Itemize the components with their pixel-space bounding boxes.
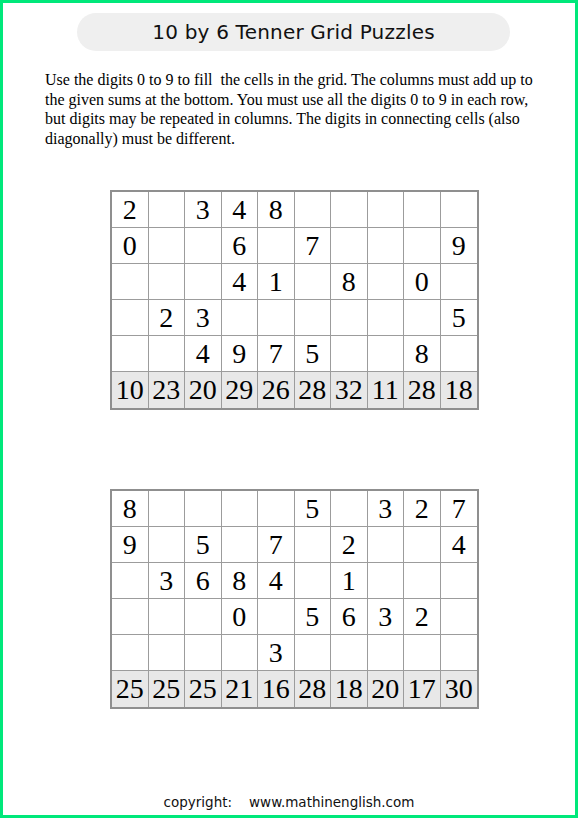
sum-cell: 17 (404, 671, 441, 707)
grid-cell: 1 (258, 264, 295, 300)
grid-cell[interactable] (331, 300, 368, 336)
grid-cell[interactable] (331, 228, 368, 264)
grid-cell[interactable] (331, 635, 368, 671)
grid-cell[interactable] (112, 599, 149, 635)
grid-cell[interactable] (112, 264, 149, 300)
grid-cell[interactable] (441, 563, 478, 599)
grid-cell: 0 (112, 228, 149, 264)
grid-cell[interactable] (368, 192, 405, 228)
grid-cell[interactable] (368, 635, 405, 671)
grid-cell: 4 (222, 264, 259, 300)
grid-cell[interactable] (295, 563, 332, 599)
grid-cell[interactable] (368, 563, 405, 599)
grid-cell: 4 (185, 336, 222, 372)
instruction-line: the given sums at the bottom. You must u… (45, 90, 533, 110)
website-text: www.mathinenglish.com (249, 794, 414, 810)
grid-cell[interactable] (368, 228, 405, 264)
grid-cell[interactable] (441, 336, 478, 372)
grid-cell[interactable] (404, 300, 441, 336)
sum-cell: 20 (185, 372, 222, 408)
grid-cell: 2 (149, 300, 186, 336)
instruction-line: Use the digits 0 to 9 to fill the cells … (45, 70, 533, 90)
puzzle-grid-2: 8532795724368410563232525252116281820173… (110, 489, 479, 709)
sum-cell: 23 (149, 372, 186, 408)
grid-cell[interactable] (149, 635, 186, 671)
grid-cell[interactable] (222, 635, 259, 671)
worksheet-page: 10 by 6 Tenner Grid Puzzles Use the digi… (0, 0, 578, 818)
grid-cell: 8 (222, 563, 259, 599)
grid-cell: 7 (258, 336, 295, 372)
sum-cell: 25 (185, 671, 222, 707)
grid-cell: 8 (112, 491, 149, 527)
grid-cell[interactable] (368, 300, 405, 336)
sum-cell: 16 (258, 671, 295, 707)
instruction-line: diagonally) must be different. (45, 129, 533, 149)
grid-cell: 3 (368, 491, 405, 527)
grid-cell[interactable] (112, 336, 149, 372)
sum-cell: 32 (331, 372, 368, 408)
grid-cell[interactable] (441, 599, 478, 635)
grid-cell[interactable] (404, 192, 441, 228)
grid-cell[interactable] (112, 563, 149, 599)
grid-cell: 7 (295, 228, 332, 264)
sum-cell: 25 (149, 671, 186, 707)
grid-cell[interactable] (112, 635, 149, 671)
title-pill: 10 by 6 Tenner Grid Puzzles (77, 13, 510, 51)
grid-cell[interactable] (404, 563, 441, 599)
grid-cell[interactable] (149, 192, 186, 228)
grid-cell: 3 (149, 563, 186, 599)
grid-cell: 2 (331, 527, 368, 563)
grid-cell: 9 (441, 228, 478, 264)
instruction-line: but digits may be repeated in columns. T… (45, 109, 533, 129)
grid-cell[interactable] (185, 491, 222, 527)
grid-cell: 8 (331, 264, 368, 300)
grid-cell: 4 (222, 192, 259, 228)
grid-cell[interactable] (258, 599, 295, 635)
grid-cell: 1 (331, 563, 368, 599)
copyright-label: copyright: (164, 794, 233, 810)
grid-cell[interactable] (295, 635, 332, 671)
grid-cell[interactable] (331, 491, 368, 527)
grid-cell[interactable] (404, 635, 441, 671)
grid-cell: 3 (185, 300, 222, 336)
sum-cell: 25 (112, 671, 149, 707)
grid-cell: 5 (441, 300, 478, 336)
grid-cell[interactable] (222, 491, 259, 527)
sum-cell: 11 (368, 372, 405, 408)
grid-cell[interactable] (149, 336, 186, 372)
grid-cell: 0 (404, 264, 441, 300)
grid-cell[interactable] (185, 264, 222, 300)
grid-cell: 2 (404, 599, 441, 635)
grid-cell[interactable] (368, 527, 405, 563)
grid-cell: 4 (441, 527, 478, 563)
grid-cell: 8 (258, 192, 295, 228)
grid-cell[interactable] (258, 300, 295, 336)
grid-cell: 5 (185, 527, 222, 563)
grid-cell: 5 (295, 599, 332, 635)
sum-cell: 28 (404, 372, 441, 408)
grid-cell[interactable] (368, 264, 405, 300)
sum-cell: 10 (112, 372, 149, 408)
sum-cell: 28 (295, 671, 332, 707)
grid-cell: 3 (258, 635, 295, 671)
grid-cell: 2 (404, 491, 441, 527)
grid-cell: 8 (404, 336, 441, 372)
sum-cell: 18 (331, 671, 368, 707)
grid-cell[interactable] (331, 336, 368, 372)
sum-cell: 20 (368, 671, 405, 707)
grid-cell: 7 (441, 491, 478, 527)
grid-cell[interactable] (258, 228, 295, 264)
grid-cell[interactable] (295, 527, 332, 563)
grid-cell[interactable] (258, 491, 295, 527)
grid-cell[interactable] (149, 264, 186, 300)
sum-cell: 28 (295, 372, 332, 408)
grid-cell: 7 (258, 527, 295, 563)
grid-cell: 6 (222, 228, 259, 264)
grid-cell[interactable] (112, 300, 149, 336)
grid-cell[interactable] (368, 336, 405, 372)
grid-cell[interactable] (404, 228, 441, 264)
grid-cell[interactable] (149, 599, 186, 635)
grid-cell[interactable] (185, 228, 222, 264)
grid-cell: 6 (331, 599, 368, 635)
grid-cell[interactable] (441, 264, 478, 300)
grid-cell: 9 (112, 527, 149, 563)
instructions: Use the digits 0 to 9 to fill the cells … (45, 70, 533, 148)
grid-cell[interactable] (185, 635, 222, 671)
sum-cell: 18 (441, 372, 478, 408)
grid-cell[interactable] (295, 300, 332, 336)
grid-cell: 5 (295, 491, 332, 527)
sum-cell: 30 (441, 671, 478, 707)
grid-cell[interactable] (331, 192, 368, 228)
grid-cell: 0 (222, 599, 259, 635)
grid-cell[interactable] (441, 192, 478, 228)
sum-cell: 29 (222, 372, 259, 408)
grid-cell: 4 (258, 563, 295, 599)
grid-cell[interactable] (295, 264, 332, 300)
grid-cell[interactable] (185, 599, 222, 635)
grid-cell: 9 (222, 336, 259, 372)
grid-cell: 6 (185, 563, 222, 599)
grid-cell[interactable] (222, 527, 259, 563)
sum-cell: 26 (258, 372, 295, 408)
grid-cell[interactable] (149, 527, 186, 563)
grid-cell[interactable] (404, 527, 441, 563)
puzzle-grid-1: 2348067941802354975810232029262832112818 (110, 190, 479, 410)
grid-cell[interactable] (441, 635, 478, 671)
page-title: 10 by 6 Tenner Grid Puzzles (152, 20, 435, 44)
grid-cell: 5 (295, 336, 332, 372)
sum-cell: 21 (222, 671, 259, 707)
footer: copyright: www.mathinenglish.com (3, 794, 575, 810)
grid-cell[interactable] (149, 228, 186, 264)
grid-cell: 3 (185, 192, 222, 228)
grid-cell: 2 (112, 192, 149, 228)
grid-cell: 3 (368, 599, 405, 635)
grid-cell[interactable] (149, 491, 186, 527)
grid-cell[interactable] (295, 192, 332, 228)
grid-cell[interactable] (222, 300, 259, 336)
